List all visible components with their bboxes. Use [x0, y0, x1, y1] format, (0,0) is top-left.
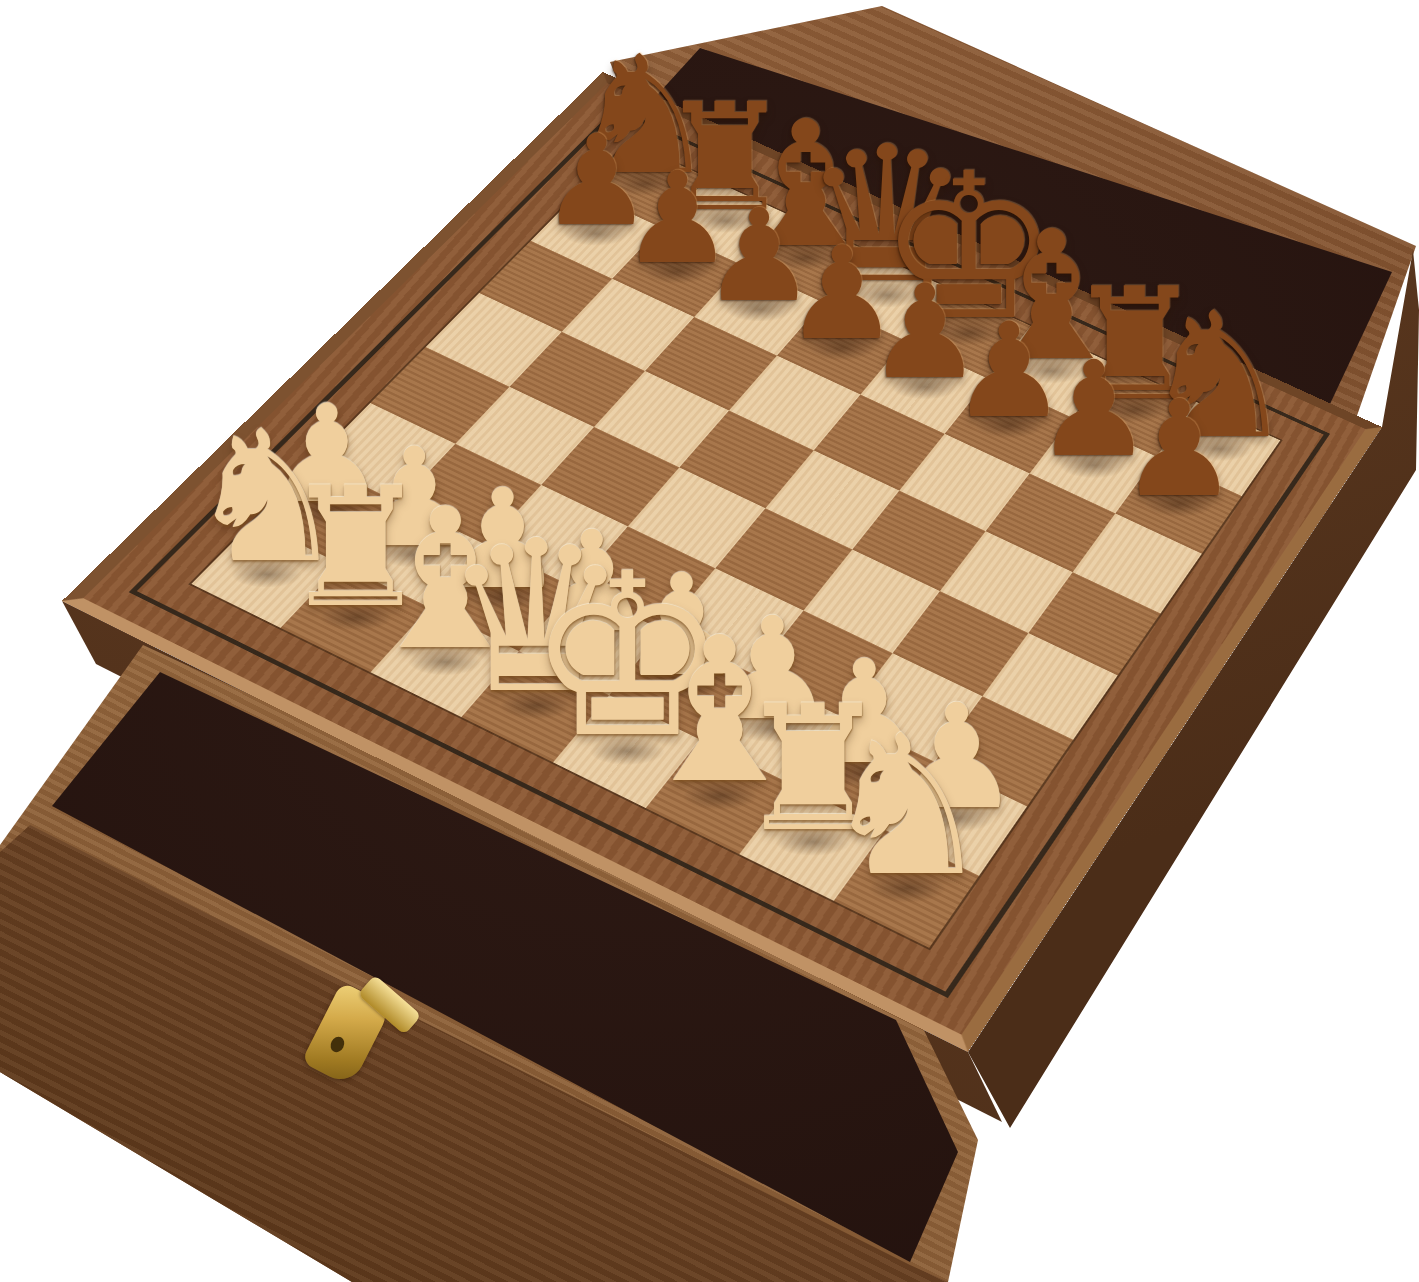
piece-light-knight[interactable]: ♞	[820, 710, 994, 904]
piece-dark-pawn[interactable]: ♟	[1119, 382, 1238, 515]
product-photo-canvas: ♞♜♝♛♚♝♜♞♟♟♟♟♟♟♟♟♟♟♟♟♟♟♟♟♞♜♝♛♚♝♜♞	[0, 0, 1419, 1282]
